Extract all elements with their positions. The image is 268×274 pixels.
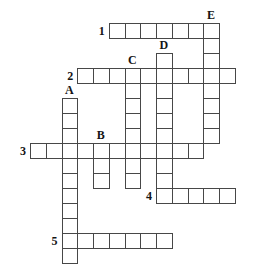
crossword-cell-r4-c6[interactable] [125,83,142,99]
crossword-cell-r9-c6[interactable] [125,158,142,174]
crossword-cell-r7-c8[interactable] [156,128,173,144]
crossword-cell-r5-c2[interactable] [62,98,79,114]
crossword-cell-r8-c3[interactable] [77,143,94,159]
crossword-cell-r0-c9[interactable] [172,23,189,39]
crossword-cell-r0-c7[interactable] [140,23,157,39]
crossword-cell-r3-c5[interactable] [109,68,126,84]
crossword-cell-r7-c2[interactable] [62,128,79,144]
crossword-cell-r6-c8[interactable] [156,113,173,129]
crossword-cell-r8-c5[interactable] [109,143,126,159]
crossword-cell-r10-c4[interactable] [93,173,110,189]
crossword-cell-r3-c8[interactable] [156,68,173,84]
crossword-cell-r6-c11[interactable] [203,113,220,129]
crossword-cell-r5-c8[interactable] [156,98,173,114]
crossword-cell-r5-c11[interactable] [203,98,220,114]
crossword-cell-r8-c1[interactable] [46,143,63,159]
crossword-cell-r14-c5[interactable] [109,233,126,249]
crossword-cell-r2-c11[interactable] [203,53,220,69]
crossword-board: 12345ABCDE [0,0,268,274]
crossword-cell-r8-c6[interactable] [125,143,142,159]
crossword-cell-r3-c12[interactable] [219,68,236,84]
crossword-cell-r3-c6[interactable] [125,68,142,84]
crossword-cell-r8-c10[interactable] [188,143,205,159]
crossword-cell-r14-c4[interactable] [93,233,110,249]
crossword-cell-r11-c2[interactable] [62,188,79,204]
down-letter-D: D [156,38,172,52]
down-letter-E: E [203,8,219,22]
crossword-cell-r0-c10[interactable] [188,23,205,39]
crossword-cell-r10-c2[interactable] [62,173,79,189]
crossword-cell-r11-c8[interactable] [156,188,173,204]
crossword-cell-r11-c11[interactable] [203,188,220,204]
down-letter-C: C [125,53,141,67]
across-number-4: 4 [138,189,152,204]
crossword-cell-r0-c8[interactable] [156,23,173,39]
crossword-cell-r12-c2[interactable] [62,203,79,219]
crossword-cell-r11-c10[interactable] [188,188,205,204]
crossword-cell-r0-c5[interactable] [109,23,126,39]
crossword-cell-r14-c3[interactable] [77,233,94,249]
crossword-cell-r8-c9[interactable] [172,143,189,159]
crossword-cell-r4-c11[interactable] [203,83,220,99]
across-number-3: 3 [12,144,26,159]
crossword-cell-r2-c8[interactable] [156,53,173,69]
crossword-cell-r14-c6[interactable] [125,233,142,249]
crossword-cell-r8-c7[interactable] [140,143,157,159]
crossword-cell-r3-c4[interactable] [93,68,110,84]
crossword-cell-r9-c2[interactable] [62,158,79,174]
crossword-cell-r9-c8[interactable] [156,158,173,174]
crossword-cell-r10-c6[interactable] [125,173,142,189]
crossword-cell-r15-c2[interactable] [62,248,79,264]
crossword-cell-r10-c8[interactable] [156,173,173,189]
crossword-cell-r7-c11[interactable] [203,128,220,144]
crossword-cell-r3-c11[interactable] [203,68,220,84]
crossword-cell-r7-c6[interactable] [125,128,142,144]
crossword-cell-r5-c6[interactable] [125,98,142,114]
crossword-cell-r14-c2[interactable] [62,233,79,249]
crossword-cell-r14-c7[interactable] [140,233,157,249]
crossword-cell-r3-c7[interactable] [140,68,157,84]
crossword-cell-r13-c2[interactable] [62,218,79,234]
crossword-cell-r11-c12[interactable] [219,188,236,204]
crossword-cell-r8-c0[interactable] [30,143,47,159]
crossword-cell-r6-c6[interactable] [125,113,142,129]
crossword-cell-r8-c4[interactable] [93,143,110,159]
crossword-cell-r11-c9[interactable] [172,188,189,204]
crossword-cell-r8-c8[interactable] [156,143,173,159]
crossword-cell-r6-c2[interactable] [62,113,79,129]
crossword-cell-r0-c6[interactable] [125,23,142,39]
down-letter-B: B [93,128,109,142]
crossword-cell-r4-c8[interactable] [156,83,173,99]
crossword-cell-r9-c4[interactable] [93,158,110,174]
crossword-cell-r14-c8[interactable] [156,233,173,249]
crossword-cell-r0-c11[interactable] [203,23,220,39]
across-number-1: 1 [91,24,105,39]
crossword-cell-r3-c10[interactable] [188,68,205,84]
crossword-cell-r8-c2[interactable] [62,143,79,159]
across-number-5: 5 [44,234,58,249]
crossword-cell-r1-c11[interactable] [203,38,220,54]
across-number-2: 2 [59,69,73,84]
crossword-cell-r3-c9[interactable] [172,68,189,84]
down-letter-A: A [62,83,78,97]
crossword-cell-r3-c3[interactable] [77,68,94,84]
